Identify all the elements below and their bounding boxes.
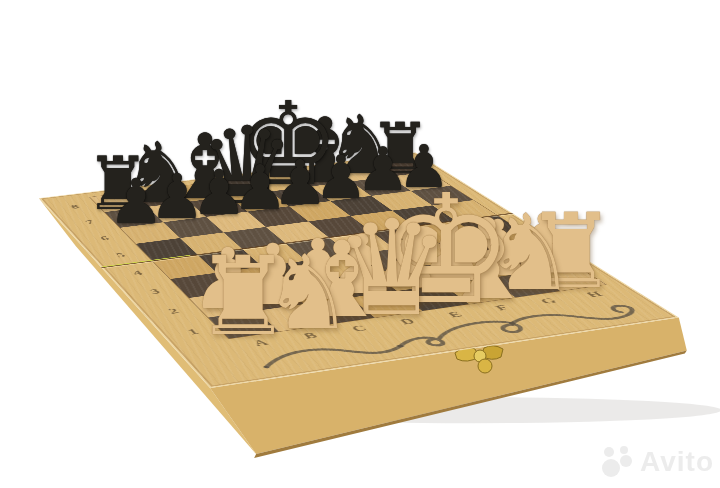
rank-label-6: 6 [98,235,112,243]
rank-label-4: 4 [130,269,145,277]
watermark: Avito [600,444,714,480]
avito-logo-icon [600,444,636,480]
rank-label-1: 1 [185,327,201,337]
rank-label-5: 5 [114,251,128,259]
rank-label-8: 8 [69,204,82,211]
chess-set-photo: ABCDEFGH12345678 ♞♜♝♚♟♟♝♟♛♞♟♜♟♟♟♟♟♟♟♜♟♞♟… [0,0,720,488]
rank-label-2: 2 [166,307,182,316]
rank-label-7: 7 [83,219,96,226]
rank-label-3: 3 [148,287,163,296]
watermark-text: Avito [640,446,714,478]
